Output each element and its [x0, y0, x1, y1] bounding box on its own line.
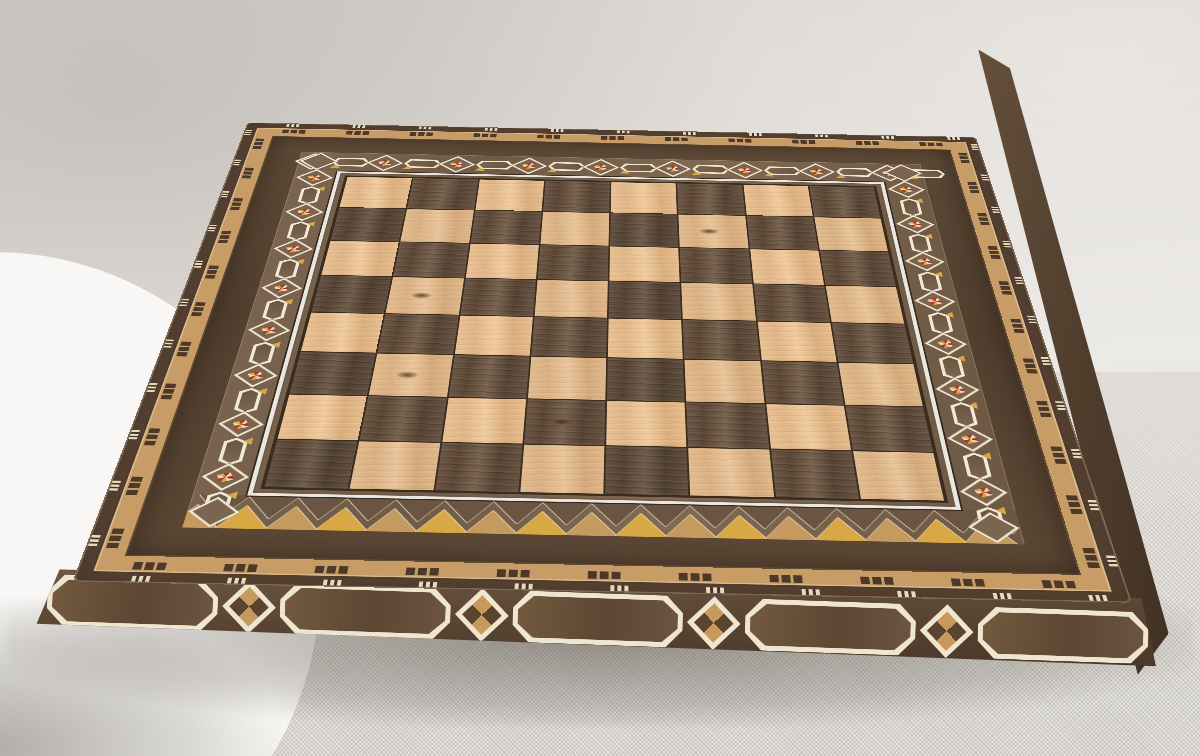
octagon-link-fill [911, 235, 929, 251]
square-a3[interactable] [290, 352, 376, 395]
octagon-link-fill [931, 314, 950, 333]
diamond-rosette-icon [925, 333, 967, 355]
octagon-link-icon [835, 168, 874, 177]
square-f3[interactable] [685, 360, 764, 403]
diamond-rosette-icon [274, 239, 313, 258]
octagon-link-fill [406, 160, 439, 166]
mosaic-chain-unit [514, 160, 587, 173]
rosette-icon [937, 339, 954, 347]
rosette-icon [974, 487, 993, 498]
rosette-icon [908, 221, 923, 228]
face-octagon [279, 582, 452, 640]
square-h1[interactable] [853, 451, 944, 500]
mosaic-chain-unit [270, 241, 310, 280]
square-f5[interactable] [681, 283, 755, 321]
square-a8[interactable] [339, 177, 412, 209]
octagon-link-fill [334, 159, 367, 165]
rosette-icon [248, 371, 264, 380]
square-d5[interactable] [534, 280, 607, 318]
square-f4[interactable] [683, 320, 760, 360]
octagon-link-icon [962, 452, 993, 480]
diamond-rosette-icon [888, 181, 925, 198]
square-b8[interactable] [407, 178, 478, 210]
square-g8[interactable] [743, 185, 812, 217]
square-g1[interactable] [771, 449, 859, 498]
mosaic-chain-unit [442, 158, 516, 171]
rosette-icon [274, 284, 289, 292]
diamond-rosette-icon [896, 215, 934, 233]
square-a1[interactable] [265, 440, 358, 489]
octagon-link-fill [289, 223, 307, 239]
diamond-rosette-icon [248, 319, 290, 341]
face-diamond-checker [229, 587, 269, 627]
square-d7[interactable] [540, 212, 609, 246]
square-g2[interactable] [766, 404, 851, 450]
octagon-link-fill [479, 162, 511, 168]
square-h3[interactable] [838, 363, 922, 406]
square-c7[interactable] [470, 211, 541, 245]
octagon-link-icon [331, 158, 370, 167]
square-h5[interactable] [826, 286, 905, 324]
chessboard [260, 175, 948, 502]
square-a7[interactable] [331, 208, 406, 241]
octagon-link-fill [265, 300, 285, 319]
mosaic-chain-unit [730, 164, 803, 177]
rosette-icon [810, 168, 824, 174]
square-b7[interactable] [401, 209, 474, 242]
board-top-surface [72, 122, 1132, 602]
rosette-icon [899, 186, 914, 192]
octagon-link-fill [221, 440, 244, 463]
square-a5[interactable] [311, 275, 391, 313]
rosette-icon [297, 209, 311, 216]
diamond-rosette-icon [655, 160, 691, 176]
rosette-icon [961, 434, 980, 444]
octagon-link-fill [966, 455, 988, 479]
square-g6[interactable] [750, 249, 824, 285]
octagon-link-fill [237, 390, 259, 412]
square-d4[interactable] [531, 317, 607, 357]
rosette-icon [378, 160, 391, 166]
square-d6[interactable] [537, 245, 608, 281]
octagon-link-fill [767, 168, 799, 174]
square-h7[interactable] [814, 217, 888, 251]
square-a4[interactable] [301, 313, 384, 353]
mosaic-chain-unit [802, 165, 876, 178]
square-d3[interactable] [528, 357, 606, 400]
rosette-icon [308, 174, 321, 180]
square-h4[interactable] [832, 323, 913, 363]
diamond-rosette-icon [367, 155, 403, 171]
square-d2[interactable] [524, 399, 605, 445]
square-e8[interactable] [611, 182, 677, 214]
face-octagon-fill [982, 611, 1144, 659]
octagon-link-fill [838, 169, 871, 175]
octagon-link-fill [551, 163, 583, 169]
diamond-rosette-icon [261, 278, 302, 298]
diamond-rosette-icon [727, 162, 763, 178]
octagon-link-icon [692, 165, 730, 174]
diamond-rosette-icon [218, 411, 263, 437]
face-octagon-fill [51, 579, 213, 627]
face-octagon [744, 598, 917, 656]
mosaic-chain-unit [900, 217, 937, 254]
board-top-perspective [72, 26, 1143, 603]
square-b6[interactable] [393, 242, 468, 278]
octagon-link-icon [927, 312, 954, 334]
octagon-link-icon [261, 299, 289, 321]
square-b3[interactable] [369, 354, 453, 397]
rosette-icon [217, 472, 234, 483]
chessboard-box [0, 0, 1200, 756]
face-diamond-checker [927, 611, 967, 651]
mosaic-chain-unit [586, 161, 658, 174]
octagon-link-fill [300, 188, 318, 203]
square-f8[interactable] [677, 183, 745, 215]
mosaic-chain-unit [293, 171, 329, 206]
face-diamond-icon [455, 588, 509, 642]
square-c8[interactable] [475, 179, 544, 211]
face-octagon [512, 590, 685, 648]
octagon-link-fill [278, 260, 297, 277]
mosaic-chain-unit [952, 428, 998, 481]
mosaic-chain-unit [919, 293, 959, 336]
octagon-link-icon [938, 355, 966, 379]
square-h2[interactable] [845, 405, 933, 451]
mosaic-chain-unit [282, 205, 320, 242]
face-octagon [977, 606, 1150, 664]
octagon-link-icon [403, 159, 442, 168]
octagon-link-icon [917, 272, 943, 293]
diamond-rosette-icon [915, 291, 956, 312]
square-g7[interactable] [746, 216, 818, 250]
rosette-icon [917, 258, 933, 265]
square-g5[interactable] [753, 284, 829, 322]
rosette-icon [666, 166, 680, 172]
square-f2[interactable] [686, 402, 768, 448]
square-h8[interactable] [809, 186, 880, 218]
square-b2[interactable] [360, 396, 447, 442]
rosette-icon [927, 297, 944, 305]
square-d8[interactable] [543, 181, 610, 213]
face-diamond-icon [920, 604, 974, 658]
square-e7[interactable] [610, 213, 678, 247]
rosette-icon [233, 419, 249, 429]
mosaic-chain-unit [929, 335, 971, 381]
square-f1[interactable] [688, 448, 773, 497]
diamond-rosette-icon [583, 159, 619, 175]
square-c2[interactable] [442, 398, 526, 444]
mosaic-chain-unit [212, 414, 260, 467]
square-f6[interactable] [680, 248, 752, 284]
octagon-link-fill [953, 404, 974, 426]
rosette-icon [738, 167, 752, 173]
octagon-link-icon [908, 234, 933, 254]
square-d1[interactable] [520, 444, 604, 493]
face-diamond-icon [222, 580, 276, 634]
square-g4[interactable] [757, 322, 836, 362]
octagon-link-icon [297, 186, 321, 204]
octagon-link-fill [921, 273, 940, 291]
square-c5[interactable] [460, 278, 536, 316]
square-c1[interactable] [435, 443, 522, 492]
mosaic-chain-unit [909, 254, 947, 294]
mosaic-chain-unit [369, 157, 443, 170]
octagon-link-icon [620, 163, 657, 172]
mosaic-chain-unit [243, 321, 286, 366]
mosaic-chain-unit [892, 182, 927, 217]
diamond-rosette-icon [234, 364, 278, 388]
square-f7[interactable] [679, 215, 749, 249]
octagon-link-icon [248, 342, 277, 366]
square-c3[interactable] [448, 355, 529, 398]
square-g3[interactable] [761, 361, 843, 404]
octagon-link-icon [899, 198, 923, 216]
square-e6[interactable] [609, 246, 679, 282]
rosette-icon [594, 164, 608, 170]
octagon-link-icon [476, 161, 514, 170]
mosaic-chain-unit [257, 280, 298, 322]
octagon-link-icon [286, 221, 311, 240]
rosette-icon [522, 163, 536, 169]
square-b5[interactable] [386, 277, 464, 315]
diamond-rosette-icon [285, 203, 323, 221]
face-octagon-fill [749, 603, 911, 651]
rosette-icon [262, 326, 277, 334]
square-e4[interactable] [608, 319, 683, 359]
octagon-link-fill [695, 166, 727, 172]
octagon-link-icon [764, 166, 802, 175]
face-octagon-fill [284, 587, 446, 635]
octagon-link-fill [942, 357, 962, 377]
diamond-rosette-icon [947, 426, 992, 452]
face-diamond-checker [462, 595, 502, 635]
octagon-link-icon [949, 402, 978, 428]
rosette-icon [450, 161, 464, 167]
face-diamond-checker [694, 603, 734, 643]
mosaic-chain-unit [658, 163, 731, 176]
diamond-rosette-icon [511, 158, 547, 174]
square-a2[interactable] [278, 394, 367, 440]
square-b4[interactable] [378, 314, 459, 354]
octagon-link-fill [623, 165, 654, 171]
mosaic-chain-unit [228, 366, 274, 415]
rosette-icon [286, 245, 300, 252]
diamond-rosette-icon [960, 478, 1007, 506]
square-c4[interactable] [454, 316, 532, 356]
diamond-rosette-icon [296, 169, 333, 186]
diamond-rosette-icon [439, 156, 475, 172]
photo-scene [0, 0, 1200, 756]
square-b1[interactable] [350, 441, 440, 490]
square-e1[interactable] [605, 446, 688, 495]
octagon-link-icon [548, 162, 586, 171]
octagon-link-icon [274, 259, 300, 280]
octagon-link-icon [233, 388, 263, 414]
octagon-link-icon [217, 438, 249, 466]
rosette-icon [949, 385, 967, 394]
diamond-rosette-icon [799, 163, 835, 179]
diamond-rosette-icon [905, 252, 944, 271]
octagon-link-fill [903, 200, 920, 215]
square-e5[interactable] [609, 281, 682, 319]
square-a6[interactable] [321, 241, 398, 276]
square-h6[interactable] [820, 250, 896, 286]
diamond-rosette-icon [936, 378, 980, 402]
mosaic-chain-unit [940, 380, 984, 429]
diamond-rosette-icon [202, 463, 249, 491]
octagon-link-fill [252, 344, 273, 364]
face-octagon-fill [517, 595, 679, 643]
square-c6[interactable] [465, 243, 538, 279]
square-e2[interactable] [606, 401, 686, 447]
face-diamond-icon [687, 596, 741, 650]
square-e3[interactable] [607, 358, 685, 401]
